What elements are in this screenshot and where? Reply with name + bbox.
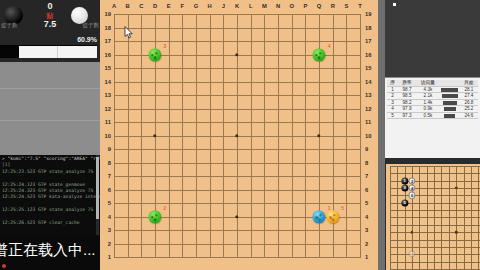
move-number-badge: 4 [327, 43, 330, 49]
coord-letter: O [289, 3, 294, 9]
grid-line [390, 240, 480, 241]
mini-board-panel: 123456 [385, 164, 480, 270]
coord-number: 16 [102, 52, 111, 58]
grid-line [390, 254, 480, 255]
left-panel: 0 贴 7.5 提子数 提子数 60.9% > "komi":"7.5" "sc… [0, 0, 100, 270]
coord-letter: K [235, 3, 239, 9]
coord-letter: J [222, 3, 225, 9]
coord-number: 7 [102, 173, 111, 179]
graph-gridline [0, 120, 100, 121]
loading-text: 棋谱正在载入中... [0, 241, 96, 260]
coord-number: 18 [365, 25, 375, 31]
coord-letter: C [139, 3, 143, 9]
mini-stone-c16: 3 [401, 184, 408, 191]
grid-line [346, 14, 347, 258]
candidate-moves-panel: 序胜率访问量目差198.74.3k28.1298.52.1k27.4398.21… [385, 77, 480, 158]
coord-number: 2 [365, 241, 375, 247]
coord-letter: B [126, 3, 130, 9]
main-board-area: ABCDEFGHJKLMNOPQRST 19181716151413121110… [100, 0, 378, 270]
grid-line [114, 190, 361, 191]
grid-line [278, 14, 279, 258]
star-point [235, 53, 238, 56]
mini-stone-d16: 4 [408, 184, 415, 191]
coord-letter: Q [317, 3, 322, 9]
stone-q4[interactable]: 1 [312, 210, 325, 223]
coord-number: 1 [102, 254, 111, 260]
grid-line [251, 14, 252, 258]
grid-line [114, 203, 361, 204]
mini-stone-c17: 1 [401, 177, 408, 184]
coord-number: 11 [365, 119, 375, 125]
coord-number: 17 [365, 38, 375, 44]
winrate-graph-area [0, 62, 100, 155]
move-number-badge: 2 [163, 205, 166, 211]
coord-number: 15 [102, 65, 111, 71]
stone-r4[interactable]: 5 [326, 210, 339, 223]
white-captures-label: 提子数 [69, 22, 99, 29]
coord-number: 18 [102, 25, 111, 31]
console-lines: > "komi":"7.5" "scoring":"AREA" "rules":… [2, 156, 94, 226]
stone-d16[interactable]: 3 [148, 48, 161, 61]
panel-dot [393, 3, 396, 6]
grid-line [390, 232, 480, 233]
coord-number: 19 [365, 11, 375, 17]
coord-number: 8 [365, 160, 375, 166]
right-sidebar: 序胜率访问量目差198.74.3k28.1298.52.1k27.4398.21… [385, 0, 480, 270]
stone-d4[interactable]: 2 [148, 210, 161, 223]
table-row[interactable]: 597.30.5k24.6 [387, 113, 478, 120]
grid-line [114, 244, 361, 245]
score-panel: 0 贴 7.5 提子数 提子数 [0, 0, 100, 36]
scrollbar[interactable] [96, 155, 99, 235]
coord-number: 1 [365, 254, 375, 260]
coord-number: 4 [102, 214, 111, 220]
coord-number: 3 [102, 227, 111, 233]
coord-letter: L [249, 3, 253, 9]
coord-number: 13 [365, 92, 375, 98]
coord-letter: N [276, 3, 280, 9]
coord-letter: H [208, 3, 212, 9]
grid-line [360, 14, 361, 258]
grid-line [114, 176, 361, 177]
move-number-badge: 5 [341, 205, 344, 211]
coord-number: 14 [102, 79, 111, 85]
coord-number: 6 [365, 187, 375, 193]
coord-number: 3 [365, 227, 375, 233]
coord-number: 17 [102, 38, 111, 44]
winrate-black-segment [0, 46, 19, 58]
coord-letter: F [181, 3, 185, 9]
coord-letter: R [331, 3, 335, 9]
captures-count: 0 [34, 1, 66, 11]
mini-stone-c14: 5 [401, 199, 408, 206]
grid-line [114, 149, 361, 150]
analysis-panel [385, 0, 480, 77]
komi-value: 7.5 [34, 19, 66, 29]
grid-line [390, 210, 480, 211]
coord-letter: S [344, 3, 348, 9]
grid-line [390, 225, 480, 226]
coord-number: 8 [102, 160, 111, 166]
winrate-percent: 60.9% [0, 36, 97, 43]
coord-number: 10 [365, 133, 375, 139]
grid-line [292, 14, 293, 258]
coord-number: 12 [102, 106, 111, 112]
panel-divider [378, 0, 385, 270]
candidate-moves-table: 序胜率访问量目差198.74.3k28.1298.52.1k27.4398.21… [387, 80, 478, 119]
console-log[interactable]: > "komi":"7.5" "scoring":"AREA" "rules":… [0, 155, 100, 235]
coord-number: 5 [365, 200, 375, 206]
scrollbar-thumb[interactable] [96, 157, 99, 219]
coord-number: 11 [102, 119, 111, 125]
coord-letter: A [112, 3, 116, 9]
move-number-badge: 3 [163, 43, 166, 49]
winrate-bar [0, 45, 97, 57]
black-captures-label: 提子数 [1, 22, 31, 29]
stone-q16[interactable]: 4 [312, 48, 325, 61]
coord-number: 13 [102, 92, 111, 98]
coord-number: 7 [365, 173, 375, 179]
mini-go-board[interactable]: 123456 [390, 166, 480, 270]
grid-line [305, 14, 306, 258]
star-point [235, 215, 238, 218]
coord-letter: T [358, 3, 362, 9]
coord-number: 9 [102, 146, 111, 152]
coord-number: 15 [365, 65, 375, 71]
grid-line [390, 262, 480, 263]
ghost-stone-d7 [408, 251, 415, 258]
grid-line [390, 217, 480, 218]
coord-letter: D [153, 3, 157, 9]
coord-letter: P [303, 3, 307, 9]
loading-banner: 棋谱正在载入中... [0, 235, 100, 270]
coord-number: 2 [102, 241, 111, 247]
grid-line [264, 14, 265, 258]
status-dot-icon [2, 264, 6, 268]
coord-number: 6 [102, 187, 111, 193]
graph-gridline [0, 88, 100, 89]
coord-number: 5 [102, 200, 111, 206]
coord-number: 9 [365, 146, 375, 152]
coord-number: 19 [102, 11, 111, 17]
grid-line [114, 230, 361, 231]
grid-line [390, 247, 480, 248]
star-point [235, 134, 238, 137]
coord-number: 4 [365, 214, 375, 220]
coord-letter: E [167, 3, 171, 9]
coord-number: 14 [365, 79, 375, 85]
go-board[interactable]: 12345 [114, 14, 361, 258]
go-analysis-app: 0 贴 7.5 提子数 提子数 60.9% > "komi":"7.5" "sc… [0, 0, 480, 270]
coord-letter: M [262, 3, 267, 9]
grid-line [114, 163, 361, 164]
coord-number: 12 [365, 106, 375, 112]
coord-number: 10 [102, 133, 111, 139]
mouse-cursor-icon [124, 26, 133, 39]
mini-stone-d17: 2 [408, 177, 415, 184]
star-point [153, 134, 156, 137]
mini-stone-d15: 6 [408, 192, 415, 199]
star-point [317, 134, 320, 137]
grid-line [114, 257, 361, 258]
winrate-white-segment [19, 46, 97, 58]
coord-letter: G [194, 3, 199, 9]
coord-number: 16 [365, 52, 375, 58]
